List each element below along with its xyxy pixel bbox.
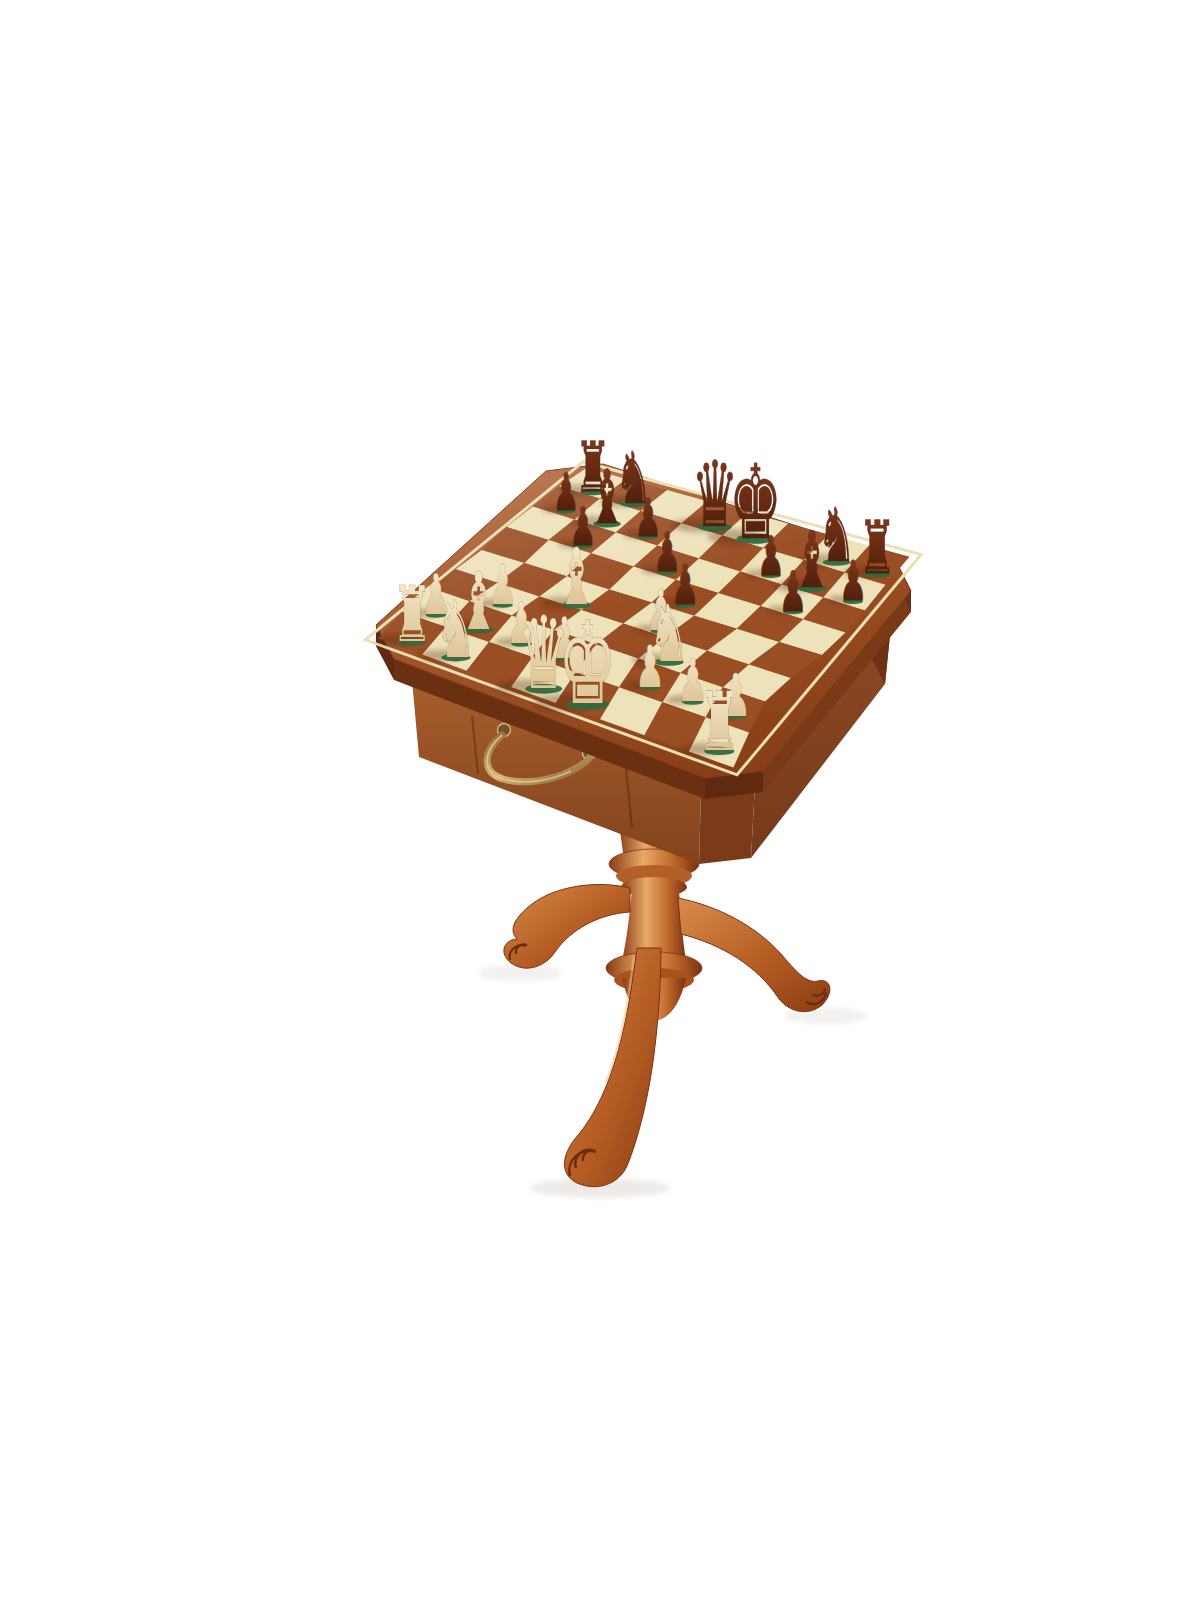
piece-black-pawn-h7: ♟	[839, 549, 868, 614]
table-pedestal	[504, 816, 830, 1187]
piece-white-rook-h1: ♜	[698, 674, 740, 769]
piece-white-knight-b1: ♞	[435, 583, 476, 675]
piece-white-king-e1: ♚	[558, 598, 617, 730]
piece-white-pawn-f2: ♟	[635, 633, 665, 700]
piece-white-rook-a1: ♜	[392, 570, 432, 659]
chess-table-scene: ♜♞♟♝♛♟♚♟♞♟♜♟♝♟♝♟♟♟♟♝♟♜♟♞♟♞♟♛♟♚♟♜	[40, 16, 1200, 1600]
right-leg	[678, 898, 830, 1012]
piece-black-pawn-g6: ♟	[779, 559, 808, 624]
front-leg	[564, 948, 661, 1187]
left-leg	[504, 885, 630, 969]
chess-table-photo: overhead product photo of a wooden pedes…	[40, 16, 1200, 1600]
